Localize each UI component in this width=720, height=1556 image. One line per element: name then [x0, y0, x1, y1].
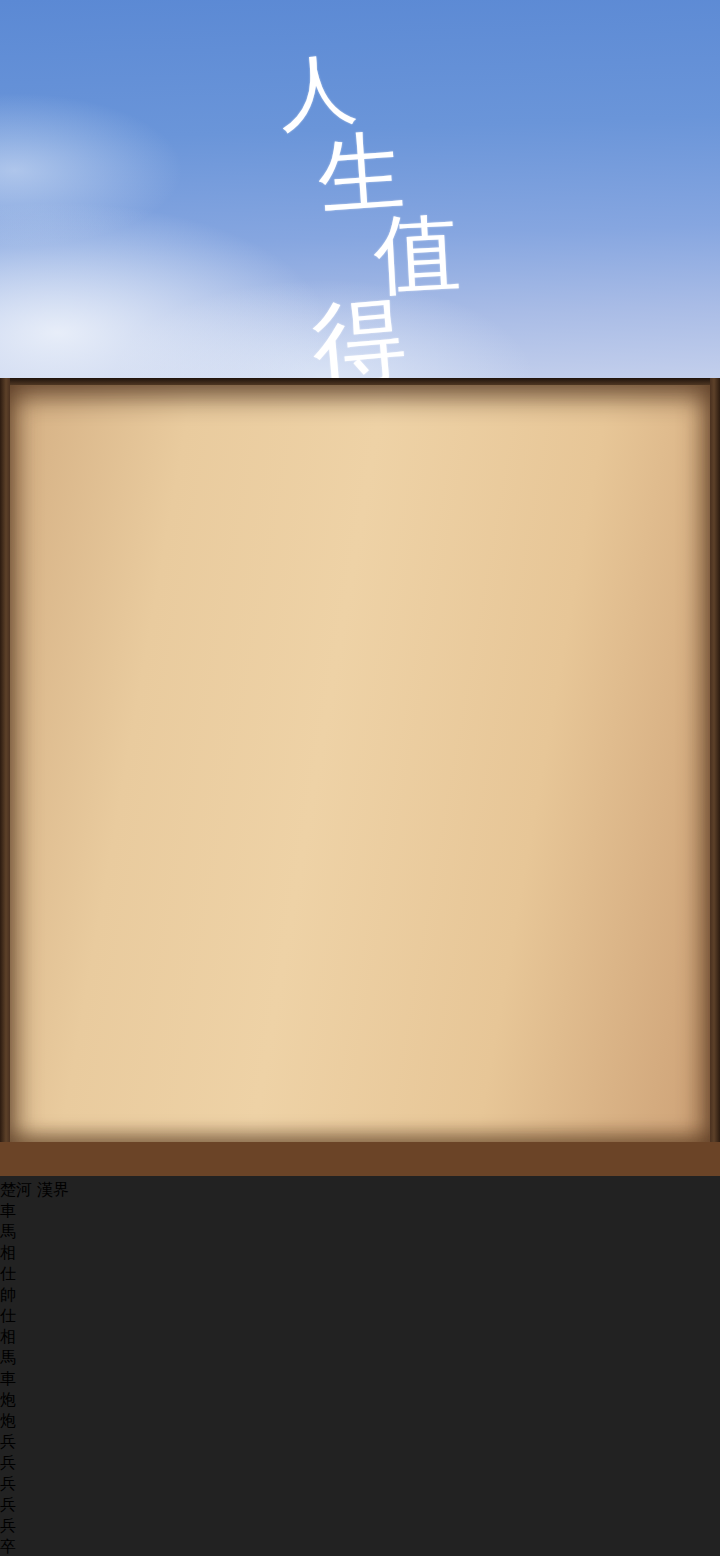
piece-character: 兵 — [0, 1453, 720, 1474]
board-surface[interactable] — [10, 385, 710, 1142]
piece-character: 相 — [0, 1243, 720, 1264]
piece-character: 兵 — [0, 1516, 720, 1537]
piece-character: 卒 — [0, 1537, 720, 1556]
piece-character: 兵 — [0, 1432, 720, 1453]
xiangqi-piece-red[interactable]: 兵 — [0, 1474, 720, 1495]
xiangqi-piece-red[interactable]: 仕 — [0, 1264, 720, 1285]
river-band: 楚河 漢界 — [0, 1180, 720, 1201]
sky-background: 人 生 值 得 — [0, 0, 720, 378]
xiangqi-piece-red[interactable]: 車 — [0, 1201, 720, 1222]
piece-character: 相 — [0, 1327, 720, 1348]
xiangqi-piece-red[interactable]: 相 — [0, 1243, 720, 1264]
xiangqi-piece-red[interactable]: 兵 — [0, 1516, 720, 1537]
piece-character: 炮 — [0, 1390, 720, 1411]
xiangqi-piece-red[interactable]: 車 — [0, 1369, 720, 1390]
xiangqi-piece-red[interactable]: 兵 — [0, 1495, 720, 1516]
xiangqi-piece-red[interactable]: 炮 — [0, 1411, 720, 1432]
piece-character: 車 — [0, 1369, 720, 1390]
piece-character: 仕 — [0, 1306, 720, 1327]
xiangqi-board[interactable]: 楚河 漢界 車馬相仕帥仕相馬車炮炮兵兵兵兵兵卒卒卒卒卒炮炮車馬象士將士象馬車 — [0, 378, 720, 1176]
xiangqi-piece-red[interactable]: 相 — [0, 1327, 720, 1348]
xiangqi-piece-red[interactable]: 兵 — [0, 1432, 720, 1453]
piece-character: 炮 — [0, 1411, 720, 1432]
river-label-right: 漢界 — [37, 1180, 69, 1199]
xiangqi-piece-red[interactable]: 馬 — [0, 1348, 720, 1369]
piece-character: 車 — [0, 1201, 720, 1222]
piece-character: 馬 — [0, 1348, 720, 1369]
board-frame-bottom — [0, 1142, 720, 1176]
board-frame-right — [710, 378, 720, 1176]
xiangqi-piece-red[interactable]: 炮 — [0, 1390, 720, 1411]
piece-character: 仕 — [0, 1264, 720, 1285]
piece-character: 兵 — [0, 1474, 720, 1495]
pieces-layer: 車馬相仕帥仕相馬車炮炮兵兵兵兵兵卒卒卒卒卒炮炮車馬象士將士象馬車 — [0, 1201, 720, 1556]
xiangqi-piece-black[interactable]: 卒 — [0, 1537, 720, 1556]
xiangqi-piece-red[interactable]: 帥 — [0, 1285, 720, 1306]
board-frame-top — [0, 378, 720, 385]
video-frame: 人 生 值 得 楚河 漢界 車馬相仕帥仕相馬車炮炮兵兵兵兵兵卒卒卒卒卒炮炮車馬象… — [0, 0, 720, 1556]
xiangqi-piece-red[interactable]: 仕 — [0, 1306, 720, 1327]
piece-character: 兵 — [0, 1495, 720, 1516]
piece-character: 帥 — [0, 1285, 720, 1306]
xiangqi-piece-red[interactable]: 馬 — [0, 1222, 720, 1243]
xiangqi-piece-red[interactable]: 兵 — [0, 1453, 720, 1474]
piece-character: 馬 — [0, 1222, 720, 1243]
board-frame-left — [0, 378, 10, 1176]
river-label-left: 楚河 — [0, 1180, 32, 1199]
